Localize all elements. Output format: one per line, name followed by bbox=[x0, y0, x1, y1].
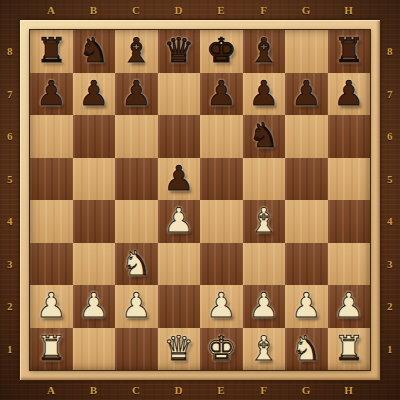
square-f7[interactable]: ♟ bbox=[243, 73, 286, 116]
square-c4[interactable] bbox=[115, 200, 158, 243]
square-e3[interactable] bbox=[200, 243, 243, 286]
square-d3[interactable] bbox=[158, 243, 201, 286]
file-label-b: B bbox=[73, 0, 116, 20]
file-label-g: G bbox=[285, 380, 328, 400]
piece-black-rook[interactable]: ♜ bbox=[36, 33, 66, 67]
file-label-f: F bbox=[243, 380, 286, 400]
square-h8[interactable]: ♜ bbox=[328, 30, 371, 73]
rank-label-2: 2 bbox=[380, 285, 400, 328]
square-a4[interactable] bbox=[30, 200, 73, 243]
square-h4[interactable] bbox=[328, 200, 371, 243]
piece-black-pawn[interactable]: ♟ bbox=[291, 76, 321, 110]
square-d8[interactable]: ♛ bbox=[158, 30, 201, 73]
piece-black-knight[interactable]: ♞ bbox=[79, 33, 109, 67]
square-d6[interactable] bbox=[158, 115, 201, 158]
square-f2[interactable]: ♟ bbox=[243, 285, 286, 328]
square-b7[interactable]: ♟ bbox=[73, 73, 116, 116]
piece-black-pawn[interactable]: ♟ bbox=[334, 76, 364, 110]
square-g5[interactable] bbox=[285, 158, 328, 201]
square-f5[interactable] bbox=[243, 158, 286, 201]
piece-black-pawn[interactable]: ♟ bbox=[79, 76, 109, 110]
rank-label-5: 5 bbox=[0, 158, 20, 201]
rank-labels-right: 87654321 bbox=[380, 30, 400, 370]
square-d1[interactable]: ♛ bbox=[158, 328, 201, 371]
square-h2[interactable]: ♟ bbox=[328, 285, 371, 328]
piece-white-bishop[interactable]: ♝ bbox=[249, 331, 279, 365]
square-b1[interactable] bbox=[73, 328, 116, 371]
piece-white-rook[interactable]: ♜ bbox=[36, 331, 66, 365]
file-label-c: C bbox=[115, 380, 158, 400]
file-label-h: H bbox=[328, 0, 371, 20]
piece-white-king[interactable]: ♚ bbox=[206, 331, 236, 365]
chess-board: ♜♞♝♛♚♝♜♟♟♟♟♟♟♟♞♟♟♝♞♟♟♟♟♟♟♟♜♛♚♝♞♜ bbox=[30, 30, 370, 370]
square-g6[interactable] bbox=[285, 115, 328, 158]
piece-black-bishop[interactable]: ♝ bbox=[249, 33, 279, 67]
square-a8[interactable]: ♜ bbox=[30, 30, 73, 73]
square-c8[interactable]: ♝ bbox=[115, 30, 158, 73]
square-g2[interactable]: ♟ bbox=[285, 285, 328, 328]
rank-label-4: 4 bbox=[380, 200, 400, 243]
rank-label-7: 7 bbox=[380, 73, 400, 116]
square-g3[interactable] bbox=[285, 243, 328, 286]
square-a1[interactable]: ♜ bbox=[30, 328, 73, 371]
piece-white-bishop[interactable]: ♝ bbox=[249, 203, 279, 237]
rank-label-3: 3 bbox=[380, 243, 400, 286]
chess-app-window: ABCDEFGH ABCDEFGH 87654321 87654321 ♜♞♝♛… bbox=[0, 0, 400, 400]
square-e2[interactable]: ♟ bbox=[200, 285, 243, 328]
square-f4[interactable]: ♝ bbox=[243, 200, 286, 243]
square-h7[interactable]: ♟ bbox=[328, 73, 371, 116]
piece-black-king[interactable]: ♚ bbox=[206, 33, 236, 67]
square-e4[interactable] bbox=[200, 200, 243, 243]
square-e1[interactable]: ♚ bbox=[200, 328, 243, 371]
square-g7[interactable]: ♟ bbox=[285, 73, 328, 116]
square-b8[interactable]: ♞ bbox=[73, 30, 116, 73]
square-a5[interactable] bbox=[30, 158, 73, 201]
square-h1[interactable]: ♜ bbox=[328, 328, 371, 371]
square-e8[interactable]: ♚ bbox=[200, 30, 243, 73]
file-label-b: B bbox=[73, 380, 116, 400]
piece-white-rook[interactable]: ♜ bbox=[334, 331, 364, 365]
square-b5[interactable] bbox=[73, 158, 116, 201]
rank-label-6: 6 bbox=[380, 115, 400, 158]
piece-white-pawn[interactable]: ♟ bbox=[334, 288, 364, 322]
square-c6[interactable] bbox=[115, 115, 158, 158]
rank-label-2: 2 bbox=[0, 285, 20, 328]
rank-label-3: 3 bbox=[0, 243, 20, 286]
square-d4[interactable]: ♟ bbox=[158, 200, 201, 243]
rank-label-5: 5 bbox=[380, 158, 400, 201]
piece-black-pawn[interactable]: ♟ bbox=[249, 76, 279, 110]
piece-white-queen[interactable]: ♛ bbox=[164, 331, 194, 365]
file-label-g: G bbox=[285, 0, 328, 20]
square-c2[interactable]: ♟ bbox=[115, 285, 158, 328]
file-label-f: F bbox=[243, 0, 286, 20]
square-a6[interactable] bbox=[30, 115, 73, 158]
piece-black-pawn[interactable]: ♟ bbox=[164, 161, 194, 195]
piece-black-knight[interactable]: ♞ bbox=[249, 118, 279, 152]
square-h3[interactable] bbox=[328, 243, 371, 286]
piece-white-knight[interactable]: ♞ bbox=[291, 331, 321, 365]
square-c7[interactable]: ♟ bbox=[115, 73, 158, 116]
piece-white-pawn[interactable]: ♟ bbox=[79, 288, 109, 322]
file-label-e: E bbox=[200, 0, 243, 20]
file-label-d: D bbox=[158, 0, 201, 20]
file-label-e: E bbox=[200, 380, 243, 400]
square-f3[interactable] bbox=[243, 243, 286, 286]
piece-black-rook[interactable]: ♜ bbox=[334, 33, 364, 67]
rank-label-1: 1 bbox=[380, 328, 400, 371]
piece-white-pawn[interactable]: ♟ bbox=[291, 288, 321, 322]
square-f6[interactable]: ♞ bbox=[243, 115, 286, 158]
square-d2[interactable] bbox=[158, 285, 201, 328]
square-d5[interactable]: ♟ bbox=[158, 158, 201, 201]
square-e7[interactable]: ♟ bbox=[200, 73, 243, 116]
piece-white-pawn[interactable]: ♟ bbox=[206, 288, 236, 322]
rank-label-8: 8 bbox=[380, 30, 400, 73]
piece-black-pawn[interactable]: ♟ bbox=[36, 76, 66, 110]
rank-labels-left: 87654321 bbox=[0, 30, 20, 370]
file-label-c: C bbox=[115, 0, 158, 20]
square-b6[interactable] bbox=[73, 115, 116, 158]
rank-label-7: 7 bbox=[0, 73, 20, 116]
rank-label-1: 1 bbox=[0, 328, 20, 371]
piece-black-queen[interactable]: ♛ bbox=[164, 33, 194, 67]
square-c1[interactable] bbox=[115, 328, 158, 371]
file-label-d: D bbox=[158, 380, 201, 400]
square-g4[interactable] bbox=[285, 200, 328, 243]
piece-white-pawn[interactable]: ♟ bbox=[36, 288, 66, 322]
piece-white-knight[interactable]: ♞ bbox=[121, 246, 151, 280]
rank-label-4: 4 bbox=[0, 200, 20, 243]
piece-black-pawn[interactable]: ♟ bbox=[121, 76, 151, 110]
square-b4[interactable] bbox=[73, 200, 116, 243]
rank-label-8: 8 bbox=[0, 30, 20, 73]
square-g8[interactable] bbox=[285, 30, 328, 73]
piece-white-pawn[interactable]: ♟ bbox=[249, 288, 279, 322]
file-labels-top: ABCDEFGH bbox=[30, 0, 370, 20]
piece-black-pawn[interactable]: ♟ bbox=[206, 76, 236, 110]
square-a3[interactable] bbox=[30, 243, 73, 286]
square-h5[interactable] bbox=[328, 158, 371, 201]
square-a2[interactable]: ♟ bbox=[30, 285, 73, 328]
square-f8[interactable]: ♝ bbox=[243, 30, 286, 73]
piece-white-pawn[interactable]: ♟ bbox=[164, 203, 194, 237]
square-a7[interactable]: ♟ bbox=[30, 73, 73, 116]
square-e6[interactable] bbox=[200, 115, 243, 158]
file-label-a: A bbox=[30, 380, 73, 400]
square-b2[interactable]: ♟ bbox=[73, 285, 116, 328]
file-label-a: A bbox=[30, 0, 73, 20]
rank-label-6: 6 bbox=[0, 115, 20, 158]
file-label-h: H bbox=[328, 380, 371, 400]
square-c5[interactable] bbox=[115, 158, 158, 201]
square-d7[interactable] bbox=[158, 73, 201, 116]
piece-white-pawn[interactable]: ♟ bbox=[121, 288, 151, 322]
square-e5[interactable] bbox=[200, 158, 243, 201]
square-b3[interactable] bbox=[73, 243, 116, 286]
square-c3[interactable]: ♞ bbox=[115, 243, 158, 286]
piece-black-bishop[interactable]: ♝ bbox=[121, 33, 151, 67]
square-g1[interactable]: ♞ bbox=[285, 328, 328, 371]
square-f1[interactable]: ♝ bbox=[243, 328, 286, 371]
square-h6[interactable] bbox=[328, 115, 371, 158]
file-labels-bottom: ABCDEFGH bbox=[30, 380, 370, 400]
